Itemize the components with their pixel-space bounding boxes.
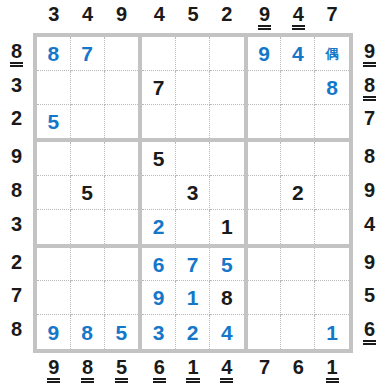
cell-digit-entered: 7 <box>81 43 93 64</box>
cell-digit-given: 5 <box>153 148 165 169</box>
clue-digit: 4 <box>220 357 233 383</box>
clue-group-top-2: 452 <box>142 0 243 33</box>
clue-left-1: 8 <box>0 37 33 71</box>
clue-digit: 9 <box>47 357 60 383</box>
clue-left-8: 7 <box>0 281 33 315</box>
clue-group-left-2: 983 <box>0 142 33 243</box>
cell-r4c6[interactable] <box>210 142 244 176</box>
clue-bottom-8: 6 <box>281 353 315 386</box>
clue-digit: 9 <box>258 4 271 30</box>
cell-r4c8[interactable] <box>281 142 315 176</box>
cell-r5c7[interactable] <box>248 176 282 210</box>
clue-group-left-1: 832 <box>0 37 33 138</box>
cell-digit-entered: 8 <box>326 77 338 98</box>
box-8: 675918324 <box>142 248 243 349</box>
cell-r2c9[interactable]: 8 <box>315 71 349 105</box>
cell-r2c1[interactable] <box>37 71 71 105</box>
cell-digit-entered: 5 <box>116 322 128 343</box>
cell-digit-given: 2 <box>292 182 304 203</box>
cell-r9c1[interactable]: 9 <box>37 315 71 349</box>
cell-digit-entered: 8 <box>81 322 93 343</box>
cell-r5c8[interactable]: 2 <box>281 176 315 210</box>
cell-r2c7[interactable] <box>248 71 282 105</box>
clue-digit: 1 <box>186 357 199 383</box>
cell-r6c3[interactable] <box>105 210 139 244</box>
clue-top-4: 4 <box>142 0 176 33</box>
clue-digit: 8 <box>363 146 376 172</box>
box-3: 94偶8 <box>248 37 349 138</box>
cell-r7c2[interactable] <box>71 248 105 282</box>
cell-r1c2[interactable]: 7 <box>71 37 105 71</box>
clue-group-right-2: 894 <box>353 142 386 243</box>
clue-bottom-4: 6 <box>142 353 176 386</box>
cell-r5c6[interactable] <box>210 176 244 210</box>
cell-digit-entered: 2 <box>153 216 165 237</box>
cell-r9c6[interactable]: 4 <box>210 315 244 349</box>
cell-r1c1[interactable]: 8 <box>37 37 71 71</box>
cell-digit-entered: 4 <box>292 43 304 64</box>
cell-r4c5[interactable] <box>176 142 210 176</box>
clue-digit: 9 <box>363 252 376 278</box>
cell-r2c8[interactable] <box>281 71 315 105</box>
cell-digit-entered: 8 <box>48 43 60 64</box>
cell-r7c9[interactable] <box>315 248 349 282</box>
clue-digit: 6 <box>363 319 376 345</box>
clues-bottom: 985614761 <box>33 353 353 386</box>
cell-r5c2[interactable]: 5 <box>71 176 105 210</box>
cell-r1c5[interactable] <box>176 37 210 71</box>
cell-r8c1[interactable] <box>37 281 71 315</box>
cell-digit-entered: 9 <box>153 287 165 308</box>
clue-left-3: 2 <box>0 105 33 139</box>
cell-r9c8[interactable] <box>281 315 315 349</box>
cell-r2c5[interactable] <box>176 71 210 105</box>
cell-r3c6[interactable] <box>210 105 244 139</box>
cell-r6c9[interactable] <box>315 210 349 244</box>
clue-top-5: 5 <box>176 0 210 33</box>
sudoku-board: 875794偶85532129856759183241 <box>33 33 353 353</box>
sudoku-screen: 349452947 985614761 832983278 987894956 … <box>0 0 386 386</box>
clue-right-8: 5 <box>353 281 386 315</box>
clue-group-bottom-1: 985 <box>37 353 138 386</box>
cell-r5c5[interactable]: 3 <box>176 176 210 210</box>
cell-r7c3[interactable] <box>105 248 139 282</box>
clue-right-6: 4 <box>353 210 386 244</box>
clue-digit: 3 <box>47 4 60 30</box>
cell-note: 偶 <box>326 47 339 60</box>
clue-top-9: 7 <box>315 0 349 33</box>
cell-r5c3[interactable] <box>105 176 139 210</box>
cell-r9c7[interactable] <box>248 315 282 349</box>
clue-top-2: 4 <box>71 0 105 33</box>
cell-digit-entered: 3 <box>153 322 165 343</box>
clue-top-1: 3 <box>37 0 71 33</box>
cell-r3c4[interactable] <box>142 105 176 139</box>
clue-bottom-6: 4 <box>210 353 244 386</box>
cell-r4c7[interactable] <box>248 142 282 176</box>
cell-r5c9[interactable] <box>315 176 349 210</box>
cell-digit-entered: 7 <box>187 254 199 275</box>
clue-digit: 5 <box>363 285 376 311</box>
clue-right-3: 7 <box>353 105 386 139</box>
cell-r3c2[interactable] <box>71 105 105 139</box>
clue-group-left-3: 278 <box>0 248 33 349</box>
clue-digit: 6 <box>292 357 305 383</box>
clue-bottom-7: 7 <box>248 353 282 386</box>
clue-top-8: 4 <box>281 0 315 33</box>
cell-digit-entered: 6 <box>153 254 165 275</box>
clue-bottom-3: 5 <box>105 353 139 386</box>
cell-r7c8[interactable] <box>281 248 315 282</box>
cell-r6c6[interactable]: 1 <box>210 210 244 244</box>
clue-group-right-3: 956 <box>353 248 386 349</box>
clue-digit: 2 <box>10 252 23 278</box>
clue-digit: 1 <box>326 357 339 383</box>
cell-r8c9[interactable] <box>315 281 349 315</box>
clue-digit: 4 <box>363 214 376 240</box>
clue-digit: 8 <box>10 180 23 206</box>
cell-r7c5[interactable]: 7 <box>176 248 210 282</box>
clue-digit: 4 <box>81 4 94 30</box>
clue-digit: 6 <box>153 357 166 383</box>
clue-digit: 9 <box>363 180 376 206</box>
cell-r8c7[interactable] <box>248 281 282 315</box>
cell-r3c9[interactable] <box>315 105 349 139</box>
cell-r9c5[interactable]: 2 <box>176 315 210 349</box>
clue-digit: 8 <box>363 75 376 101</box>
clue-left-7: 2 <box>0 248 33 282</box>
cell-digit-given: 1 <box>221 216 233 237</box>
cell-r6c5[interactable] <box>176 210 210 244</box>
cell-digit-entered: 9 <box>48 322 60 343</box>
clue-digit: 7 <box>258 357 271 383</box>
cell-r6c4[interactable]: 2 <box>142 210 176 244</box>
clue-digit: 7 <box>326 4 339 30</box>
cell-digit-given: 3 <box>187 182 199 203</box>
cell-r7c6[interactable]: 5 <box>210 248 244 282</box>
cell-r9c3[interactable]: 5 <box>105 315 139 349</box>
cell-r7c7[interactable] <box>248 248 282 282</box>
clue-top-7: 9 <box>248 0 282 33</box>
clue-digit: 2 <box>10 108 23 134</box>
cell-r3c1[interactable]: 5 <box>37 105 71 139</box>
clue-digit: 3 <box>10 214 23 240</box>
clue-digit: 8 <box>81 357 94 383</box>
clue-digit: 2 <box>220 4 233 30</box>
clue-digit: 7 <box>10 285 23 311</box>
cell-r6c1[interactable] <box>37 210 71 244</box>
cell-r3c5[interactable] <box>176 105 210 139</box>
clue-group-top-1: 349 <box>37 0 138 33</box>
cell-r2c3[interactable] <box>105 71 139 105</box>
cell-r2c2[interactable] <box>71 71 105 105</box>
clue-top-3: 9 <box>105 0 139 33</box>
cell-r4c3[interactable] <box>105 142 139 176</box>
cell-digit-given: 5 <box>81 182 93 203</box>
cell-digit-entered: 9 <box>258 43 270 64</box>
cell-r8c6[interactable]: 8 <box>210 281 244 315</box>
clue-digit: 5 <box>115 357 128 383</box>
clue-right-4: 8 <box>353 142 386 176</box>
clue-digit: 8 <box>10 41 23 67</box>
clue-digit: 7 <box>363 108 376 134</box>
cell-r1c3[interactable] <box>105 37 139 71</box>
cell-r8c3[interactable] <box>105 281 139 315</box>
cell-r4c2[interactable] <box>71 142 105 176</box>
clue-digit: 9 <box>115 4 128 30</box>
cell-digit-entered: 5 <box>48 111 60 132</box>
clue-digit: 9 <box>10 146 23 172</box>
cell-digit-entered: 5 <box>221 254 233 275</box>
cell-r9c2[interactable]: 8 <box>71 315 105 349</box>
cell-digit-entered: 1 <box>187 287 199 308</box>
cell-r6c2[interactable] <box>71 210 105 244</box>
cell-digit-given: 7 <box>153 77 165 98</box>
cell-r1c6[interactable] <box>210 37 244 71</box>
box-9: 1 <box>248 248 349 349</box>
clue-group-right-1: 987 <box>353 37 386 138</box>
cell-r6c7[interactable] <box>248 210 282 244</box>
clues-top: 349452947 <box>33 0 353 33</box>
cell-r1c9[interactable]: 偶 <box>315 37 349 71</box>
cell-r4c4[interactable]: 5 <box>142 142 176 176</box>
cell-r8c8[interactable] <box>281 281 315 315</box>
cell-r9c9[interactable]: 1 <box>315 315 349 349</box>
cell-r7c4[interactable]: 6 <box>142 248 176 282</box>
cell-r4c1[interactable] <box>37 142 71 176</box>
clue-left-4: 9 <box>0 142 33 176</box>
clue-group-top-3: 947 <box>248 0 349 33</box>
clue-digit: 4 <box>153 4 166 30</box>
clue-right-1: 9 <box>353 37 386 71</box>
cell-r8c2[interactable] <box>71 281 105 315</box>
box-6: 2 <box>248 142 349 243</box>
clue-bottom-1: 9 <box>37 353 71 386</box>
clue-left-5: 8 <box>0 176 33 210</box>
clue-right-2: 8 <box>353 71 386 105</box>
cell-r3c8[interactable] <box>281 105 315 139</box>
cell-digit-entered: 2 <box>187 322 199 343</box>
clue-digit: 9 <box>363 41 376 67</box>
clue-digit: 4 <box>292 4 305 30</box>
cell-r5c4[interactable] <box>142 176 176 210</box>
clue-digit: 8 <box>10 319 23 345</box>
clue-top-6: 2 <box>210 0 244 33</box>
box-4: 5 <box>37 142 138 243</box>
clue-left-2: 3 <box>0 71 33 105</box>
cell-digit-entered: 4 <box>221 322 233 343</box>
cell-r2c4[interactable]: 7 <box>142 71 176 105</box>
clues-right: 987894956 <box>353 33 386 353</box>
cell-r3c3[interactable] <box>105 105 139 139</box>
clue-bottom-5: 1 <box>176 353 210 386</box>
cell-r1c7[interactable]: 9 <box>248 37 282 71</box>
cell-r1c8[interactable]: 4 <box>281 37 315 71</box>
cell-r9c4[interactable]: 3 <box>142 315 176 349</box>
cell-r8c5[interactable]: 1 <box>176 281 210 315</box>
cell-r3c7[interactable] <box>248 105 282 139</box>
box-1: 875 <box>37 37 138 138</box>
clue-bottom-2: 8 <box>71 353 105 386</box>
clue-group-bottom-2: 614 <box>142 353 243 386</box>
cell-digit-given: 8 <box>221 287 233 308</box>
clues-left: 832983278 <box>0 33 33 353</box>
clue-group-bottom-3: 761 <box>248 353 349 386</box>
clue-left-9: 8 <box>0 315 33 349</box>
clue-right-9: 6 <box>353 315 386 349</box>
clue-digit: 5 <box>186 4 199 30</box>
clue-digit: 3 <box>10 75 23 101</box>
box-7: 985 <box>37 248 138 349</box>
cell-r5c1[interactable] <box>37 176 71 210</box>
cell-r7c1[interactable] <box>37 248 71 282</box>
cell-r4c9[interactable] <box>315 142 349 176</box>
clue-left-6: 3 <box>0 210 33 244</box>
clue-bottom-9: 1 <box>315 353 349 386</box>
clue-right-7: 9 <box>353 248 386 282</box>
box-2: 7 <box>142 37 243 138</box>
box-5: 5321 <box>142 142 243 243</box>
clue-right-5: 9 <box>353 176 386 210</box>
cell-digit-entered: 1 <box>326 322 338 343</box>
cell-r8c4[interactable]: 9 <box>142 281 176 315</box>
cell-r2c6[interactable] <box>210 71 244 105</box>
cell-r6c8[interactable] <box>281 210 315 244</box>
cell-r1c4[interactable] <box>142 37 176 71</box>
